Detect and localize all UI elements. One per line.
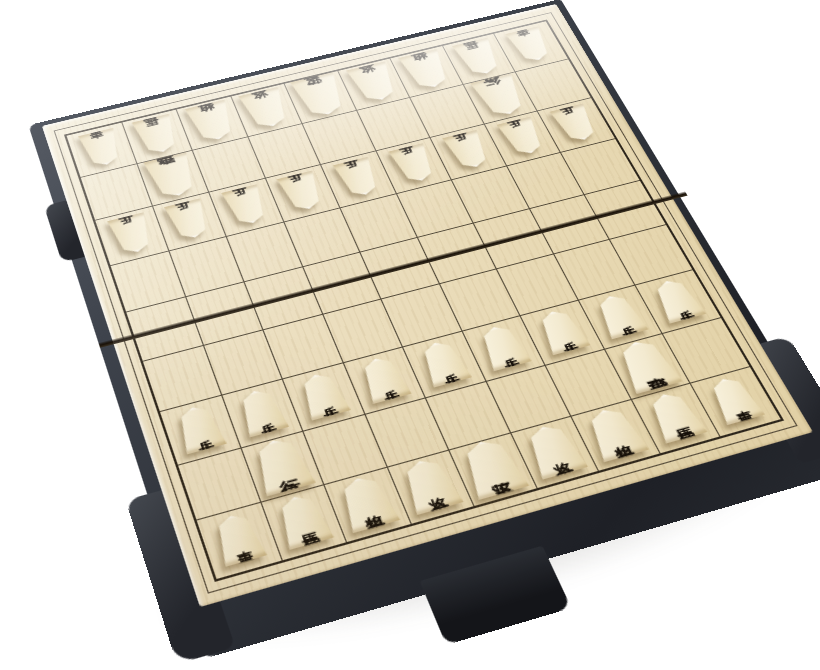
koma-P-9c[interactable]: 歩兵 — [106, 212, 157, 257]
koma-kanji: 歩兵 — [253, 408, 270, 416]
koma-kanji: 桂馬 — [294, 516, 313, 525]
koma-kanji: 王将 — [482, 462, 504, 472]
koma-face: 歩兵 — [415, 338, 473, 388]
koma-kanji: 歩兵 — [376, 375, 393, 382]
koma-B-8h[interactable]: 角行 — [247, 434, 317, 497]
koma-P-2c[interactable]: 歩兵 — [495, 116, 549, 157]
koma-N-2a[interactable]: 桂馬 — [451, 37, 506, 78]
koma-N-8i[interactable]: 桂馬 — [271, 491, 336, 551]
koma-L-1a[interactable]: 香車 — [505, 26, 557, 64]
koma-face: 金将 — [395, 454, 465, 515]
koma-kanji: 歩兵 — [191, 424, 208, 432]
koma-face: 歩兵 — [387, 143, 440, 185]
koma-face: 歩兵 — [474, 322, 533, 371]
koma-face: 金将 — [344, 61, 402, 105]
koma-kanji: 角行 — [271, 460, 293, 470]
koma-P-8g[interactable]: 歩兵 — [233, 386, 290, 438]
koma-P-1g[interactable]: 歩兵 — [648, 276, 708, 324]
koma-face: 歩兵 — [441, 129, 495, 171]
koma-face: 金将 — [519, 420, 590, 480]
koma-S-7a[interactable]: 銀将 — [183, 99, 240, 144]
koma-S-3i[interactable]: 銀将 — [580, 404, 651, 463]
koma-face: 歩兵 — [590, 291, 650, 339]
koma-kanji: 歩兵 — [495, 343, 512, 350]
koma-kanji: 角行 — [491, 93, 510, 100]
koma-face: 歩兵 — [106, 212, 157, 257]
koma-face: 銀将 — [183, 99, 240, 144]
koma-G-4i[interactable]: 金将 — [519, 420, 590, 480]
koma-P-4c[interactable]: 歩兵 — [387, 143, 440, 185]
koma-kanji: 桂馬 — [149, 131, 165, 138]
koma-face: 歩兵 — [172, 402, 229, 455]
koma-face: 歩兵 — [549, 103, 603, 144]
koma-kanji: 銀将 — [605, 428, 625, 437]
koma-P-3c[interactable]: 歩兵 — [441, 129, 495, 171]
koma-kanji: 歩兵 — [612, 312, 628, 319]
koma-face: 歩兵 — [355, 354, 413, 405]
koma-face: 歩兵 — [163, 198, 215, 242]
koma-P-5c[interactable]: 歩兵 — [332, 156, 385, 199]
koma-face: 桂馬 — [130, 113, 183, 156]
koma-kanji: 香車 — [93, 145, 108, 151]
koma-kanji: 歩兵 — [295, 188, 310, 194]
koma-face: 歩兵 — [276, 170, 328, 213]
koma-P-7c[interactable]: 歩兵 — [220, 184, 272, 228]
koma-face: 歩兵 — [648, 276, 708, 324]
koma-kanji: 銀将 — [357, 498, 377, 508]
koma-P-4g[interactable]: 歩兵 — [474, 322, 533, 371]
koma-kanji: 銀将 — [203, 118, 220, 125]
koma-kanji: 歩兵 — [460, 147, 475, 153]
koma-face: 歩兵 — [295, 370, 352, 421]
koma-face: 王将 — [454, 435, 531, 501]
koma-kanji: 桂馬 — [471, 54, 487, 60]
koma-B-2b[interactable]: 角行 — [469, 73, 532, 119]
koma-R-8b[interactable]: 飛車 — [142, 152, 203, 201]
koma-face: 飛車 — [142, 152, 203, 201]
koma-face: 桂馬 — [271, 491, 336, 551]
koma-P-3g[interactable]: 歩兵 — [533, 307, 592, 356]
koma-face: 銀将 — [580, 404, 651, 463]
koma-face: 玉将 — [289, 72, 352, 120]
koma-kanji: 金将 — [544, 445, 564, 454]
koma-kanji: 金将 — [365, 79, 382, 86]
koma-kanji: 金将 — [258, 105, 275, 112]
koma-kanji: 飛車 — [636, 360, 657, 369]
koma-face: 歩兵 — [533, 307, 592, 356]
koma-N-8a[interactable]: 桂馬 — [130, 113, 183, 156]
koma-face: 銀将 — [332, 472, 401, 534]
koma-face: 桂馬 — [642, 389, 709, 444]
koma-face: 歩兵 — [332, 156, 385, 199]
koma-G-4a[interactable]: 金将 — [344, 61, 402, 105]
koma-P-9g[interactable]: 歩兵 — [172, 402, 229, 455]
koma-kanji: 香車 — [523, 42, 537, 48]
koma-face: 香車 — [703, 374, 766, 426]
koma-P-5g[interactable]: 歩兵 — [415, 338, 473, 388]
koma-P-1c[interactable]: 歩兵 — [549, 103, 603, 144]
koma-face: 歩兵 — [233, 386, 290, 438]
koma-K-5i[interactable]: 王将 — [454, 435, 531, 501]
koma-kanji: 歩兵 — [181, 216, 197, 223]
koma-kanji: 金将 — [420, 480, 440, 489]
koma-kanji: 歩兵 — [315, 391, 332, 399]
koma-face: 香車 — [209, 510, 269, 567]
koma-L-9a[interactable]: 香車 — [77, 128, 126, 169]
koma-face: 金将 — [237, 86, 294, 131]
koma-P-6g[interactable]: 歩兵 — [355, 354, 413, 405]
koma-face: 飛車 — [611, 336, 684, 394]
koma-kanji: 歩兵 — [554, 327, 570, 334]
shogi-set-product-photo: 香車桂馬銀将金将玉将金将銀将桂馬香車飛車角行歩兵歩兵歩兵歩兵歩兵歩兵歩兵歩兵歩兵… — [0, 0, 820, 670]
koma-kanji: 歩兵 — [238, 202, 253, 208]
koma-face: 銀将 — [397, 48, 456, 91]
koma-kanji: 歩兵 — [350, 174, 365, 180]
koma-P-2g[interactable]: 歩兵 — [590, 291, 650, 339]
koma-G-6a[interactable]: 金将 — [237, 86, 294, 131]
koma-N-2i[interactable]: 桂馬 — [642, 389, 709, 444]
koma-S-7i[interactable]: 銀将 — [332, 472, 401, 534]
koma-kanji: 玉将 — [311, 92, 330, 99]
koma-face: 香車 — [505, 26, 557, 64]
koma-kanji: 歩兵 — [514, 134, 529, 140]
koma-face: 香車 — [77, 128, 126, 169]
koma-kanji: 香車 — [230, 534, 248, 542]
koma-kanji: 歩兵 — [436, 359, 453, 366]
koma-P-8c[interactable]: 歩兵 — [163, 198, 215, 242]
koma-kanji: 歩兵 — [406, 161, 421, 167]
koma-kanji: 歩兵 — [669, 296, 685, 303]
koma-face: 角行 — [247, 434, 317, 497]
koma-kanji: 歩兵 — [568, 120, 583, 126]
koma-P-6c[interactable]: 歩兵 — [276, 170, 328, 213]
koma-face: 歩兵 — [495, 116, 549, 157]
koma-kanji: 香車 — [726, 396, 743, 404]
koma-face: 角行 — [469, 73, 532, 119]
koma-kanji: 銀将 — [418, 66, 435, 73]
koma-face: 歩兵 — [220, 184, 272, 228]
koma-P-7g[interactable]: 歩兵 — [295, 370, 352, 421]
koma-kanji: 飛車 — [163, 172, 182, 180]
koma-R-2h[interactable]: 飛車 — [611, 336, 684, 394]
koma-L-9i[interactable]: 香車 — [209, 510, 269, 567]
koma-L-1i[interactable]: 香車 — [703, 374, 766, 426]
koma-K-5a[interactable]: 玉将 — [289, 72, 352, 120]
koma-kanji: 桂馬 — [666, 412, 684, 420]
koma-face: 桂馬 — [451, 37, 506, 78]
koma-kanji: 歩兵 — [123, 231, 139, 238]
koma-G-6i[interactable]: 金将 — [395, 454, 465, 515]
koma-S-3a[interactable]: 銀将 — [397, 48, 456, 91]
